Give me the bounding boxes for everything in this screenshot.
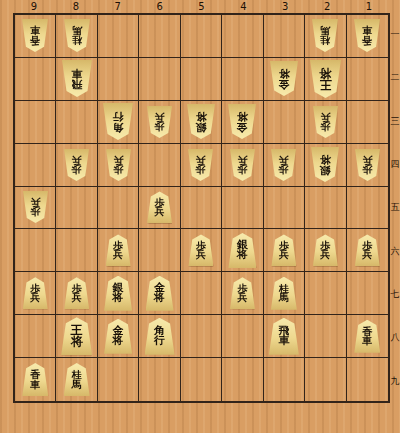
square-5-7[interactable] [181,272,222,315]
square-6-8[interactable]: 角行 [139,315,180,358]
square-7-1[interactable] [98,15,139,58]
square-7-5[interactable] [98,187,139,230]
square-8-2[interactable]: 飛車 [56,58,97,101]
piece-gote-king[interactable]: 王将 [310,60,341,98]
piece-kanji: 車 [30,380,40,389]
piece-sente-pawn[interactable]: 歩兵 [230,277,255,309]
square-4-8[interactable] [222,315,263,358]
piece-gote-rook[interactable]: 飛車 [62,60,92,97]
rank-label-1: 一 [390,13,400,56]
rank-label-9: 九 [390,360,400,403]
piece-kanji: 兵 [196,155,206,164]
piece-sente-silver[interactable]: 銀将 [104,276,132,311]
square-9-2[interactable] [15,58,56,101]
piece-kanji: 兵 [362,155,372,164]
square-5-3[interactable]: 銀将 [181,101,222,144]
piece-sente-pawn[interactable]: 歩兵 [106,234,131,266]
square-4-1[interactable] [222,15,263,58]
piece-kanji: 兵 [362,250,372,259]
shogi-board: 香車桂馬桂馬香車飛車金将王将角行歩兵銀将金将歩兵歩兵歩兵歩兵歩兵歩兵銀将歩兵歩兵… [13,13,390,403]
piece-sente-pawn[interactable]: 歩兵 [313,234,338,266]
piece-sente-pawn[interactable]: 歩兵 [23,277,48,309]
piece-sente-pawn[interactable]: 歩兵 [355,234,380,266]
square-3-1[interactable] [264,15,305,58]
rank-label-2: 二 [390,56,400,99]
piece-kanji: 車 [71,68,82,78]
square-1-4[interactable]: 歩兵 [347,144,388,187]
square-3-8[interactable]: 飛車 [264,315,305,358]
piece-kanji: 行 [154,336,165,346]
piece-kanji: 兵 [30,198,40,207]
piece-gote-pawn[interactable]: 歩兵 [271,149,296,181]
square-5-1[interactable] [181,15,222,58]
square-1-7[interactable] [347,272,388,315]
piece-gote-gold[interactable]: 金将 [228,104,256,139]
piece-kanji: 歩 [155,122,165,131]
piece-kanji: 兵 [237,155,247,164]
square-2-9[interactable] [305,358,346,401]
piece-kanji: 行 [113,111,124,121]
rank-label-5: 五 [390,186,400,229]
square-1-9[interactable] [347,358,388,401]
piece-kanji: 兵 [30,293,40,302]
piece-kanji: 歩 [320,122,330,131]
piece-kanji: 金 [278,79,289,89]
square-1-5[interactable] [347,187,388,230]
square-3-3[interactable] [264,101,305,144]
square-2-8[interactable] [305,315,346,358]
piece-kanji: 兵 [320,250,330,259]
square-1-1[interactable]: 香車 [347,15,388,58]
piece-kanji: 桂 [72,370,82,379]
square-7-7[interactable]: 銀将 [98,272,139,315]
square-4-5[interactable] [222,187,263,230]
piece-sente-pawn[interactable]: 歩兵 [271,234,296,266]
piece-gote-pawn[interactable]: 歩兵 [23,191,48,223]
piece-sente-gold[interactable]: 金将 [104,319,132,354]
piece-gote-lance[interactable]: 香車 [22,19,48,52]
square-7-2[interactable] [98,58,139,101]
piece-sente-gold[interactable]: 金将 [146,276,174,311]
piece-kanji: 将 [237,111,248,121]
square-7-6[interactable]: 歩兵 [98,229,139,272]
file-label-1: 1 [348,0,390,13]
square-1-6[interactable]: 歩兵 [347,229,388,272]
file-label-7: 7 [97,0,139,13]
file-label-6: 6 [139,0,181,13]
piece-kanji: 馬 [72,27,82,36]
square-2-4[interactable]: 銀将 [305,144,346,187]
piece-gote-bishop[interactable]: 角行 [103,103,133,140]
square-8-6[interactable] [56,229,97,272]
piece-kanji: 香 [30,36,40,45]
piece-kanji: 将 [278,68,289,78]
square-1-3[interactable] [347,101,388,144]
square-8-9[interactable]: 桂馬 [56,358,97,401]
piece-kanji: 香 [362,36,372,45]
piece-kanji: 歩 [362,165,372,174]
square-1-2[interactable] [347,58,388,101]
piece-sente-king[interactable]: 王将 [61,317,92,355]
square-6-1[interactable] [139,15,180,58]
square-4-3[interactable]: 金将 [222,101,263,144]
square-6-7[interactable]: 金将 [139,272,180,315]
square-5-6[interactable]: 歩兵 [181,229,222,272]
piece-kanji: 馬 [320,27,330,36]
piece-kanji: 車 [30,27,40,36]
piece-gote-pawn[interactable]: 歩兵 [230,149,255,181]
piece-kanji: 将 [113,293,124,303]
piece-gote-pawn[interactable]: 歩兵 [188,149,213,181]
file-label-9: 9 [13,0,55,13]
piece-kanji: 将 [237,250,248,260]
piece-kanji: 金 [237,122,248,132]
square-7-4[interactable]: 歩兵 [98,144,139,187]
square-9-1[interactable]: 香車 [15,15,56,58]
piece-sente-bishop[interactable]: 角行 [145,318,175,355]
square-4-9[interactable] [222,358,263,401]
piece-sente-lance[interactable]: 香車 [22,363,48,396]
square-2-5[interactable] [305,187,346,230]
square-2-1[interactable]: 桂馬 [305,15,346,58]
rank-label-8: 八 [390,316,400,359]
file-label-5: 5 [181,0,223,13]
piece-kanji: 兵 [72,293,82,302]
piece-gote-pawn[interactable]: 歩兵 [355,149,380,181]
piece-kanji: 兵 [113,250,123,259]
piece-kanji: 歩 [279,165,289,174]
piece-kanji: 将 [154,293,165,303]
piece-kanji: 兵 [320,112,330,121]
rank-label-3: 三 [390,100,400,143]
square-3-2[interactable]: 金将 [264,58,305,101]
square-2-6[interactable]: 歩兵 [305,229,346,272]
square-8-5[interactable] [56,187,97,230]
square-9-4[interactable] [15,144,56,187]
square-5-9[interactable] [181,358,222,401]
square-7-8[interactable]: 金将 [98,315,139,358]
piece-sente-pawn[interactable]: 歩兵 [147,191,172,223]
square-4-2[interactable] [222,58,263,101]
square-9-7[interactable]: 歩兵 [15,272,56,315]
square-4-7[interactable]: 歩兵 [222,272,263,315]
square-8-1[interactable]: 桂馬 [56,15,97,58]
piece-sente-rook[interactable]: 飛車 [269,318,299,355]
square-3-5[interactable] [264,187,305,230]
piece-sente-lance[interactable]: 香車 [354,320,380,353]
piece-kanji: 将 [319,68,331,79]
piece-kanji: 車 [278,336,289,346]
square-8-3[interactable] [56,101,97,144]
piece-kanji: 歩 [196,165,206,174]
piece-kanji: 桂 [320,36,330,45]
square-5-8[interactable] [181,315,222,358]
rank-label-4: 四 [390,143,400,186]
piece-kanji: 歩 [113,165,123,174]
piece-gote-pawn[interactable]: 歩兵 [313,106,338,138]
square-6-9[interactable] [139,358,180,401]
piece-kanji: 歩 [237,165,247,174]
square-5-5[interactable] [181,187,222,230]
square-4-4[interactable]: 歩兵 [222,144,263,187]
piece-gote-knight[interactable]: 桂馬 [64,19,90,52]
piece-kanji: 馬 [279,293,289,302]
square-7-3[interactable]: 角行 [98,101,139,144]
file-label-4: 4 [222,0,264,13]
file-label-8: 8 [55,0,97,13]
square-9-8[interactable] [15,315,56,358]
piece-kanji: 兵 [72,155,82,164]
square-5-4[interactable]: 歩兵 [181,144,222,187]
square-6-6[interactable] [139,229,180,272]
square-9-9[interactable]: 香車 [15,358,56,401]
piece-kanji: 将 [71,336,83,347]
piece-kanji: 兵 [155,208,165,217]
square-6-3[interactable]: 歩兵 [139,101,180,144]
square-9-6[interactable] [15,229,56,272]
shogi-board-stage: 987654321 香車桂馬桂馬香車飛車金将王将角行歩兵銀将金将歩兵歩兵歩兵歩兵… [0,0,400,433]
piece-kanji: 飛 [71,79,82,89]
piece-kanji: 香 [30,370,40,379]
piece-gote-pawn[interactable]: 歩兵 [106,149,131,181]
rank-label-7: 七 [390,273,400,316]
piece-kanji: 車 [362,27,372,36]
square-9-3[interactable] [15,101,56,144]
square-8-7[interactable]: 歩兵 [56,272,97,315]
square-2-7[interactable] [305,272,346,315]
piece-sente-pawn[interactable]: 歩兵 [188,234,213,266]
piece-kanji: 歩 [30,208,40,217]
piece-sente-knight[interactable]: 桂馬 [271,277,297,310]
square-2-2[interactable]: 王将 [305,58,346,101]
piece-kanji: 銀 [320,165,331,175]
piece-sente-pawn[interactable]: 歩兵 [64,277,89,309]
piece-sente-knight[interactable]: 桂馬 [64,363,90,396]
file-label-2: 2 [306,0,348,13]
piece-kanji: 歩 [72,165,82,174]
piece-kanji: 馬 [72,380,82,389]
file-label-3: 3 [264,0,306,13]
square-2-3[interactable]: 歩兵 [305,101,346,144]
piece-kanji: 将 [195,111,206,121]
piece-gote-pawn[interactable]: 歩兵 [147,106,172,138]
square-8-4[interactable]: 歩兵 [56,144,97,187]
piece-kanji: 兵 [279,250,289,259]
piece-kanji: 兵 [237,293,247,302]
piece-kanji: 桂 [72,36,82,45]
piece-kanji: 兵 [279,155,289,164]
square-6-4[interactable] [139,144,180,187]
piece-gote-pawn[interactable]: 歩兵 [64,149,89,181]
file-coordinate-row: 987654321 [13,0,390,13]
square-6-5[interactable]: 歩兵 [139,187,180,230]
piece-kanji: 兵 [113,155,123,164]
rank-label-6: 六 [390,230,400,273]
piece-kanji: 兵 [155,112,165,121]
square-3-7[interactable]: 桂馬 [264,272,305,315]
piece-kanji: 角 [113,122,124,132]
piece-gote-gold[interactable]: 金将 [270,61,298,96]
square-3-6[interactable]: 歩兵 [264,229,305,272]
square-4-6[interactable]: 銀将 [222,229,263,272]
piece-gote-silver[interactable]: 銀将 [311,147,339,182]
piece-kanji: 兵 [196,250,206,259]
square-9-5[interactable]: 歩兵 [15,187,56,230]
square-6-2[interactable] [139,58,180,101]
square-8-8[interactable]: 王将 [56,315,97,358]
piece-kanji: 将 [320,154,331,164]
piece-kanji: 将 [113,336,124,346]
square-7-9[interactable] [98,358,139,401]
square-1-8[interactable]: 香車 [347,315,388,358]
square-3-9[interactable] [264,358,305,401]
square-5-2[interactable] [181,58,222,101]
piece-sente-silver[interactable]: 銀将 [228,233,256,268]
rank-coordinate-column: 一二三四五六七八九 [390,13,400,403]
piece-gote-lance[interactable]: 香車 [354,19,380,52]
piece-kanji: 銀 [195,122,206,132]
piece-gote-silver[interactable]: 銀将 [187,104,215,139]
piece-gote-knight[interactable]: 桂馬 [312,19,338,52]
piece-kanji: 車 [362,336,372,345]
square-3-4[interactable]: 歩兵 [264,144,305,187]
